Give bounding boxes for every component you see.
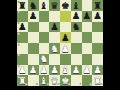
- square-e1[interactable]: e♚: [60, 75, 71, 86]
- square-c4[interactable]: [39, 43, 50, 54]
- square-f6[interactable]: ♞: [71, 22, 82, 33]
- square-h5[interactable]: [92, 32, 103, 43]
- square-c1[interactable]: c♝: [39, 75, 50, 86]
- piece-white-knight[interactable]: ♞: [40, 54, 49, 64]
- coord-label-rank-2: 2: [18, 65, 20, 68]
- square-h6[interactable]: [92, 22, 103, 33]
- square-c7[interactable]: [39, 11, 50, 22]
- square-a2[interactable]: 2♟: [17, 65, 28, 76]
- coord-label-rank-5: 5: [18, 33, 20, 36]
- square-f7[interactable]: ♟: [71, 11, 82, 22]
- square-c5[interactable]: [39, 32, 50, 43]
- piece-black-pawn[interactable]: ♟: [72, 11, 81, 21]
- square-c3[interactable]: ♞: [39, 54, 50, 65]
- square-e6[interactable]: [60, 22, 71, 33]
- square-g2[interactable]: ♟: [82, 65, 93, 76]
- square-c6[interactable]: [39, 22, 50, 33]
- square-g7[interactable]: ♟: [82, 11, 93, 22]
- square-g8[interactable]: [82, 0, 93, 11]
- piece-white-pawn[interactable]: ♟: [40, 65, 49, 75]
- coord-label-file-h: h: [100, 83, 102, 86]
- square-d2[interactable]: ♟: [49, 65, 60, 76]
- coord-label-rank-3: 3: [18, 54, 20, 57]
- square-h8[interactable]: ♜: [92, 0, 103, 11]
- square-b8[interactable]: ♞: [28, 0, 39, 11]
- piece-white-pawn[interactable]: ♟: [83, 65, 92, 75]
- coord-label-rank-4: 4: [18, 44, 20, 47]
- piece-black-knight[interactable]: ♞: [29, 1, 38, 11]
- square-f1[interactable]: f: [71, 75, 82, 86]
- coord-label-rank-6: 6: [18, 22, 20, 25]
- square-g4[interactable]: [82, 43, 93, 54]
- square-g5[interactable]: [82, 32, 93, 43]
- piece-black-bishop[interactable]: ♝: [72, 1, 81, 11]
- coord-label-rank-7: 7: [18, 11, 20, 14]
- piece-white-pawn[interactable]: ♟: [50, 65, 59, 75]
- square-c2[interactable]: ♟: [39, 65, 50, 76]
- chess-board: 8♜♞♝♛♚♝♜7♟♟♟♟6♟♟♞5♟4♞♟3♞2♟♟♟♟♝♟♟♟1a♜bc♝d…: [17, 0, 103, 86]
- piece-white-pawn[interactable]: ♟: [61, 44, 70, 54]
- piece-black-pawn[interactable]: ♟: [50, 22, 59, 32]
- square-e8[interactable]: ♚: [60, 0, 71, 11]
- square-e3[interactable]: [60, 54, 71, 65]
- piece-black-king[interactable]: ♚: [61, 1, 70, 11]
- square-f5[interactable]: [71, 32, 82, 43]
- coord-label-rank-8: 8: [18, 1, 20, 4]
- piece-black-pawn[interactable]: ♟: [29, 11, 38, 21]
- square-b3[interactable]: [28, 54, 39, 65]
- screen: 8♜♞♝♛♚♝♜7♟♟♟♟6♟♟♞5♟4♞♟3♞2♟♟♟♟♝♟♟♟1a♜bc♝d…: [0, 0, 120, 90]
- square-a1[interactable]: 1a♜: [17, 75, 28, 86]
- piece-black-queen[interactable]: ♛: [50, 1, 59, 11]
- square-e2[interactable]: ♝: [60, 65, 71, 76]
- square-g6[interactable]: [82, 22, 93, 33]
- square-f8[interactable]: ♝: [71, 0, 82, 11]
- square-c8[interactable]: ♝: [39, 0, 50, 11]
- piece-white-knight[interactable]: ♞: [50, 44, 59, 54]
- square-b7[interactable]: ♟: [28, 11, 39, 22]
- square-e4[interactable]: ♟: [60, 43, 71, 54]
- square-d1[interactable]: d♛: [49, 75, 60, 86]
- piece-black-bishop[interactable]: ♝: [40, 1, 49, 11]
- square-h1[interactable]: h♜: [92, 75, 103, 86]
- square-d7[interactable]: [49, 11, 60, 22]
- square-g1[interactable]: g: [82, 75, 93, 86]
- square-a8[interactable]: 8♜: [17, 0, 28, 11]
- piece-white-pawn[interactable]: ♟: [29, 65, 38, 75]
- piece-black-pawn[interactable]: ♟: [61, 33, 70, 43]
- square-b6[interactable]: [28, 22, 39, 33]
- square-d8[interactable]: ♛: [49, 0, 60, 11]
- square-f3[interactable]: [71, 54, 82, 65]
- square-h2[interactable]: ♟: [92, 65, 103, 76]
- square-d3[interactable]: [49, 54, 60, 65]
- square-e7[interactable]: [60, 11, 71, 22]
- square-h3[interactable]: [92, 54, 103, 65]
- square-a6[interactable]: 6♟: [17, 22, 28, 33]
- square-b2[interactable]: ♟: [28, 65, 39, 76]
- square-h7[interactable]: ♟: [92, 11, 103, 22]
- square-e5[interactable]: ♟: [60, 32, 71, 43]
- square-b5[interactable]: [28, 32, 39, 43]
- square-d6[interactable]: ♟: [49, 22, 60, 33]
- square-d5[interactable]: [49, 32, 60, 43]
- coord-label-rank-1: 1: [18, 76, 20, 79]
- square-b4[interactable]: [28, 43, 39, 54]
- square-f2[interactable]: ♟: [71, 65, 82, 76]
- square-a5[interactable]: 5: [17, 32, 28, 43]
- piece-black-pawn[interactable]: ♟: [93, 11, 102, 21]
- piece-white-pawn[interactable]: ♟: [72, 65, 81, 75]
- square-d4[interactable]: ♞: [49, 43, 60, 54]
- square-a3[interactable]: 3: [17, 54, 28, 65]
- square-b1[interactable]: b: [28, 75, 39, 86]
- piece-white-bishop[interactable]: ♝: [61, 65, 70, 75]
- square-a4[interactable]: 4: [17, 43, 28, 54]
- piece-black-knight[interactable]: ♞: [72, 22, 81, 32]
- piece-black-rook[interactable]: ♜: [93, 1, 102, 11]
- square-a7[interactable]: 7: [17, 11, 28, 22]
- square-g3[interactable]: [82, 54, 93, 65]
- square-f4[interactable]: [71, 43, 82, 54]
- piece-black-pawn[interactable]: ♟: [83, 11, 92, 21]
- piece-white-pawn[interactable]: ♟: [93, 65, 102, 75]
- square-h4[interactable]: [92, 43, 103, 54]
